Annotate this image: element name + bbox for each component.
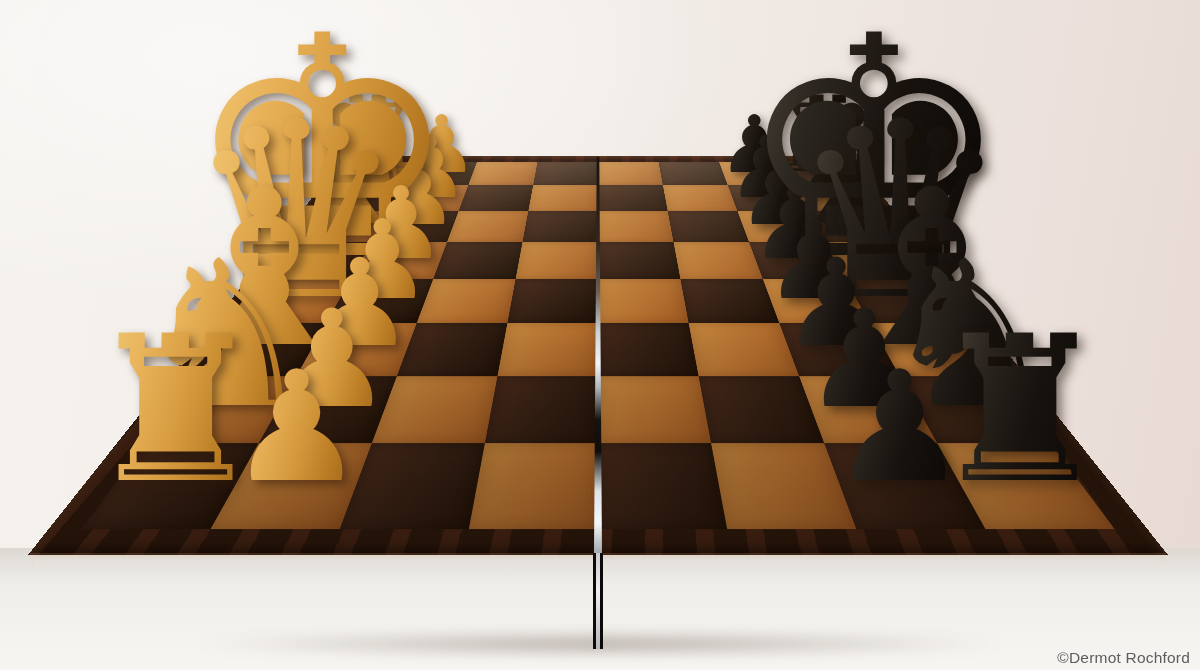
square-c4[interactable] bbox=[497, 323, 598, 377]
square-f5[interactable] bbox=[598, 211, 674, 242]
square-h5[interactable] bbox=[598, 162, 663, 185]
square-h8[interactable] bbox=[779, 162, 857, 185]
square-f8[interactable] bbox=[807, 211, 900, 242]
hinge-front-gap bbox=[593, 553, 603, 649]
square-b5[interactable] bbox=[598, 376, 711, 443]
square-d3[interactable] bbox=[417, 279, 516, 323]
square-f3[interactable] bbox=[447, 211, 528, 242]
square-f6[interactable] bbox=[668, 211, 749, 242]
square-g8[interactable] bbox=[792, 185, 877, 212]
square-h6[interactable] bbox=[658, 162, 727, 185]
square-g4[interactable] bbox=[528, 185, 598, 212]
square-b4[interactable] bbox=[485, 376, 598, 443]
square-e3[interactable] bbox=[433, 242, 522, 279]
square-c3[interactable] bbox=[397, 323, 508, 377]
square-g5[interactable] bbox=[598, 185, 668, 212]
square-e6[interactable] bbox=[674, 242, 763, 279]
photo-scene: ♜︎♟︎♟︎♜︎♞︎♟︎♟︎♞︎♝︎♟︎♟︎♝︎♚︎♟︎♟︎♚︎♛︎♟︎♟︎♛︎… bbox=[0, 0, 1200, 670]
square-d4[interactable] bbox=[507, 279, 598, 323]
square-g2[interactable] bbox=[389, 185, 469, 212]
square-f4[interactable] bbox=[522, 211, 598, 242]
square-e5[interactable] bbox=[598, 242, 680, 279]
square-h2[interactable] bbox=[404, 162, 477, 185]
square-a4[interactable] bbox=[469, 443, 598, 529]
square-c5[interactable] bbox=[598, 323, 699, 377]
square-h3[interactable] bbox=[468, 162, 537, 185]
square-a5[interactable] bbox=[598, 443, 727, 529]
square-g3[interactable] bbox=[459, 185, 534, 212]
square-d5[interactable] bbox=[598, 279, 689, 323]
watermark: ©Dermot Rochford bbox=[1057, 649, 1190, 667]
square-h4[interactable] bbox=[533, 162, 598, 185]
square-g6[interactable] bbox=[663, 185, 738, 212]
square-e4[interactable] bbox=[516, 242, 598, 279]
